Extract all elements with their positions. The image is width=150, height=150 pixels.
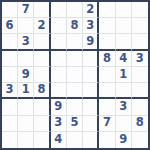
cell-r5c7[interactable] <box>99 67 115 83</box>
cell-r5c6[interactable] <box>83 67 99 83</box>
cell-r7c5[interactable] <box>67 99 83 115</box>
given-digit: 1 <box>119 69 127 81</box>
cell-r6c5[interactable] <box>67 83 83 99</box>
cell-r8c5[interactable]: 5 <box>67 116 83 132</box>
given-digit: 8 <box>103 53 111 65</box>
cell-r1c2[interactable]: 7 <box>18 2 34 18</box>
cell-r1c9[interactable] <box>132 2 148 18</box>
cell-r8c3[interactable] <box>34 116 50 132</box>
cell-r3c4[interactable] <box>51 34 67 50</box>
cell-r2c6[interactable]: 3 <box>83 18 99 34</box>
given-digit: 3 <box>86 20 94 32</box>
cell-r1c5[interactable] <box>67 2 83 18</box>
given-digit: 9 <box>54 101 62 113</box>
cell-r6c7[interactable] <box>99 83 115 99</box>
cell-r4c2[interactable] <box>18 51 34 67</box>
cell-r9c2[interactable] <box>18 132 34 148</box>
cell-r1c4[interactable] <box>51 2 67 18</box>
given-digit: 9 <box>119 134 127 146</box>
given-digit: 7 <box>103 117 111 129</box>
given-digit: 7 <box>22 4 30 16</box>
cell-r5c3[interactable] <box>34 67 50 83</box>
cell-r1c6[interactable]: 2 <box>83 2 99 18</box>
cell-r2c9[interactable] <box>132 18 148 34</box>
given-digit: 4 <box>119 53 127 65</box>
cell-r6c4[interactable] <box>51 83 67 99</box>
cell-r6c3[interactable]: 8 <box>34 83 50 99</box>
cell-r9c4[interactable]: 4 <box>51 132 67 148</box>
given-digit: 8 <box>136 117 144 129</box>
given-digit: 8 <box>70 20 78 32</box>
cell-r3c3[interactable] <box>34 34 50 50</box>
cell-r7c4[interactable]: 9 <box>51 99 67 115</box>
cell-r7c8[interactable]: 3 <box>116 99 132 115</box>
cell-r5c9[interactable] <box>132 67 148 83</box>
cell-r2c4[interactable] <box>51 18 67 34</box>
given-digit: 2 <box>86 4 94 16</box>
cell-r4c9[interactable]: 3 <box>132 51 148 67</box>
cell-r9c9[interactable] <box>132 132 148 148</box>
cell-r3c5[interactable] <box>67 34 83 50</box>
cell-r9c3[interactable] <box>34 132 50 148</box>
cell-r6c8[interactable] <box>116 83 132 99</box>
cell-r9c1[interactable] <box>2 132 18 148</box>
cell-r8c8[interactable] <box>116 116 132 132</box>
cell-r3c6[interactable]: 9 <box>83 34 99 50</box>
cell-r3c1[interactable] <box>2 34 18 50</box>
cell-r2c3[interactable]: 2 <box>34 18 50 34</box>
cell-r2c5[interactable]: 8 <box>67 18 83 34</box>
cell-r5c1[interactable] <box>2 67 18 83</box>
given-digit: 8 <box>38 84 46 96</box>
cell-r3c9[interactable] <box>132 34 148 50</box>
cell-r7c7[interactable] <box>99 99 115 115</box>
cell-r8c9[interactable]: 8 <box>132 116 148 132</box>
cell-r9c7[interactable] <box>99 132 115 148</box>
given-digit: 4 <box>54 134 62 146</box>
cell-r7c9[interactable] <box>132 99 148 115</box>
given-digit: 3 <box>136 53 144 65</box>
given-digit: 3 <box>119 101 127 113</box>
cell-r6c9[interactable] <box>132 83 148 99</box>
cell-r3c7[interactable] <box>99 34 115 50</box>
sudoku-board: 726283398439131893357849 <box>0 0 150 150</box>
cell-r1c8[interactable] <box>116 2 132 18</box>
cell-r8c4[interactable]: 3 <box>51 116 67 132</box>
given-digit: 5 <box>70 117 78 129</box>
cell-r7c6[interactable] <box>83 99 99 115</box>
given-digit: 9 <box>86 36 94 48</box>
given-digit: 6 <box>6 20 14 32</box>
cell-r1c1[interactable] <box>2 2 18 18</box>
cell-r7c3[interactable] <box>34 99 50 115</box>
cell-r8c2[interactable] <box>18 116 34 132</box>
cell-r7c2[interactable] <box>18 99 34 115</box>
cell-r4c8[interactable]: 4 <box>116 51 132 67</box>
cell-r2c1[interactable]: 6 <box>2 18 18 34</box>
cell-r1c3[interactable] <box>34 2 50 18</box>
cell-r9c5[interactable] <box>67 132 83 148</box>
given-digit: 3 <box>54 117 62 129</box>
cell-r9c8[interactable]: 9 <box>116 132 132 148</box>
cell-r2c2[interactable] <box>18 18 34 34</box>
cell-r8c7[interactable]: 7 <box>99 116 115 132</box>
cell-r6c1[interactable]: 3 <box>2 83 18 99</box>
cell-r3c8[interactable] <box>116 34 132 50</box>
given-digit: 3 <box>6 84 14 96</box>
cell-r6c2[interactable]: 1 <box>18 83 34 99</box>
cell-r4c4[interactable] <box>51 51 67 67</box>
given-digit: 9 <box>22 69 30 81</box>
cell-r4c5[interactable] <box>67 51 83 67</box>
cell-r1c7[interactable] <box>99 2 115 18</box>
cell-r4c3[interactable] <box>34 51 50 67</box>
given-digit: 2 <box>38 20 46 32</box>
given-digit: 1 <box>22 84 30 96</box>
cell-r2c7[interactable] <box>99 18 115 34</box>
cell-r5c5[interactable] <box>67 67 83 83</box>
given-digit: 3 <box>22 36 30 48</box>
cell-r3c2[interactable]: 3 <box>18 34 34 50</box>
cell-r2c8[interactable] <box>116 18 132 34</box>
cell-r5c4[interactable] <box>51 67 67 83</box>
cell-r4c7[interactable]: 8 <box>99 51 115 67</box>
cell-r4c1[interactable] <box>2 51 18 67</box>
cell-r9c6[interactable] <box>83 132 99 148</box>
cell-r7c1[interactable] <box>2 99 18 115</box>
cell-r4c6[interactable] <box>83 51 99 67</box>
cell-r5c8[interactable]: 1 <box>116 67 132 83</box>
cell-r6c6[interactable] <box>83 83 99 99</box>
cell-r8c6[interactable] <box>83 116 99 132</box>
cell-r5c2[interactable]: 9 <box>18 67 34 83</box>
cell-r8c1[interactable] <box>2 116 18 132</box>
